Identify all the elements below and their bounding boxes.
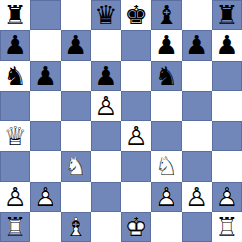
piece-fill-backing: ♟ bbox=[30, 182, 60, 212]
piece-fill-backing: ♞ bbox=[61, 151, 91, 181]
piece-fill-backing: ♜ bbox=[212, 212, 242, 242]
piece-black-pawn: ♟ bbox=[182, 30, 212, 60]
piece-fill-backing: ♞ bbox=[151, 151, 181, 181]
square-f4[interactable] bbox=[151, 121, 181, 151]
piece-white-rook: ♖ bbox=[212, 212, 242, 242]
square-b8[interactable] bbox=[30, 0, 60, 30]
square-c7[interactable]: ♟ bbox=[61, 30, 91, 60]
square-f1[interactable] bbox=[151, 212, 181, 242]
piece-white-knight: ♘ bbox=[61, 151, 91, 181]
square-c1[interactable]: ♝♗ bbox=[61, 212, 91, 242]
square-h7[interactable]: ♟ bbox=[212, 30, 242, 60]
square-f3[interactable]: ♞♘ bbox=[151, 151, 181, 181]
square-c6[interactable] bbox=[61, 61, 91, 91]
square-g1[interactable] bbox=[182, 212, 212, 242]
square-c4[interactable] bbox=[61, 121, 91, 151]
square-f8[interactable]: ♝ bbox=[151, 0, 181, 30]
square-e8[interactable]: ♚ bbox=[121, 0, 151, 30]
square-b1[interactable] bbox=[30, 212, 60, 242]
square-e7[interactable] bbox=[121, 30, 151, 60]
square-a7[interactable]: ♟ bbox=[0, 30, 30, 60]
square-a3[interactable] bbox=[0, 151, 30, 181]
piece-white-knight: ♘ bbox=[151, 151, 181, 181]
piece-black-pawn: ♟ bbox=[30, 61, 60, 91]
square-e5[interactable] bbox=[121, 91, 151, 121]
square-g3[interactable] bbox=[182, 151, 212, 181]
piece-white-rook: ♖ bbox=[0, 212, 30, 242]
square-b3[interactable] bbox=[30, 151, 60, 181]
piece-fill-backing: ♚ bbox=[121, 212, 151, 242]
square-h8[interactable]: ♜ bbox=[212, 0, 242, 30]
square-a1[interactable]: ♜♖ bbox=[0, 212, 30, 242]
square-a8[interactable]: ♜ bbox=[0, 0, 30, 30]
piece-black-king: ♚ bbox=[121, 0, 151, 30]
piece-white-king: ♔ bbox=[121, 212, 151, 242]
piece-black-knight: ♞ bbox=[0, 61, 30, 91]
square-a6[interactable]: ♞ bbox=[0, 61, 30, 91]
square-g6[interactable] bbox=[182, 61, 212, 91]
square-b2[interactable]: ♟♙ bbox=[30, 182, 60, 212]
piece-white-pawn: ♙ bbox=[182, 182, 212, 212]
square-b4[interactable] bbox=[30, 121, 60, 151]
square-h2[interactable]: ♟♙ bbox=[212, 182, 242, 212]
square-e3[interactable] bbox=[121, 151, 151, 181]
square-h5[interactable] bbox=[212, 91, 242, 121]
square-d6[interactable]: ♟ bbox=[91, 61, 121, 91]
piece-black-queen: ♛ bbox=[91, 0, 121, 30]
square-d3[interactable] bbox=[91, 151, 121, 181]
square-e1[interactable]: ♚♔ bbox=[121, 212, 151, 242]
piece-white-pawn: ♙ bbox=[30, 182, 60, 212]
square-d7[interactable] bbox=[91, 30, 121, 60]
square-f2[interactable]: ♟♙ bbox=[151, 182, 181, 212]
square-c2[interactable] bbox=[61, 182, 91, 212]
square-g4[interactable] bbox=[182, 121, 212, 151]
piece-black-bishop: ♝ bbox=[151, 0, 181, 30]
square-d2[interactable] bbox=[91, 182, 121, 212]
square-h4[interactable] bbox=[212, 121, 242, 151]
chess-board: ♜♛♚♝♜♟♟♟♟♟♞♟♟♞♟♙♛♕♟♙♞♘♞♘♟♙♟♙♟♙♟♙♟♙♜♖♝♗♚♔… bbox=[0, 0, 242, 242]
piece-white-pawn: ♙ bbox=[121, 121, 151, 151]
piece-fill-backing: ♟ bbox=[151, 182, 181, 212]
square-a5[interactable] bbox=[0, 91, 30, 121]
square-d1[interactable] bbox=[91, 212, 121, 242]
square-f6[interactable]: ♞ bbox=[151, 61, 181, 91]
piece-black-rook: ♜ bbox=[0, 0, 30, 30]
piece-white-pawn: ♙ bbox=[151, 182, 181, 212]
square-b5[interactable] bbox=[30, 91, 60, 121]
square-d8[interactable]: ♛ bbox=[91, 0, 121, 30]
square-e6[interactable] bbox=[121, 61, 151, 91]
square-d5[interactable]: ♟♙ bbox=[91, 91, 121, 121]
square-h3[interactable] bbox=[212, 151, 242, 181]
piece-black-knight: ♞ bbox=[151, 61, 181, 91]
square-b7[interactable] bbox=[30, 30, 60, 60]
piece-black-rook: ♜ bbox=[212, 0, 242, 30]
square-g5[interactable] bbox=[182, 91, 212, 121]
piece-white-pawn: ♙ bbox=[0, 182, 30, 212]
piece-black-pawn: ♟ bbox=[91, 61, 121, 91]
piece-fill-backing: ♟ bbox=[212, 182, 242, 212]
square-a2[interactable]: ♟♙ bbox=[0, 182, 30, 212]
square-g8[interactable] bbox=[182, 0, 212, 30]
piece-black-pawn: ♟ bbox=[151, 30, 181, 60]
piece-black-pawn: ♟ bbox=[61, 30, 91, 60]
square-g2[interactable]: ♟♙ bbox=[182, 182, 212, 212]
square-h6[interactable] bbox=[212, 61, 242, 91]
piece-black-pawn: ♟ bbox=[0, 30, 30, 60]
piece-black-pawn: ♟ bbox=[212, 30, 242, 60]
piece-fill-backing: ♟ bbox=[0, 182, 30, 212]
square-b6[interactable]: ♟ bbox=[30, 61, 60, 91]
square-c3[interactable]: ♞♘ bbox=[61, 151, 91, 181]
square-g7[interactable]: ♟ bbox=[182, 30, 212, 60]
square-e2[interactable] bbox=[121, 182, 151, 212]
piece-fill-backing: ♜ bbox=[0, 212, 30, 242]
piece-fill-backing: ♟ bbox=[91, 91, 121, 121]
square-f5[interactable] bbox=[151, 91, 181, 121]
piece-white-pawn: ♙ bbox=[91, 91, 121, 121]
piece-white-pawn: ♙ bbox=[212, 182, 242, 212]
square-a4[interactable]: ♛♕ bbox=[0, 121, 30, 151]
piece-white-bishop: ♗ bbox=[61, 212, 91, 242]
piece-fill-backing: ♟ bbox=[182, 182, 212, 212]
square-c8[interactable] bbox=[61, 0, 91, 30]
piece-fill-backing: ♛ bbox=[0, 121, 30, 151]
square-f7[interactable]: ♟ bbox=[151, 30, 181, 60]
square-h1[interactable]: ♜♖ bbox=[212, 212, 242, 242]
piece-white-queen: ♕ bbox=[0, 121, 30, 151]
piece-fill-backing: ♟ bbox=[121, 121, 151, 151]
square-e4[interactable]: ♟♙ bbox=[121, 121, 151, 151]
piece-fill-backing: ♝ bbox=[61, 212, 91, 242]
square-d4[interactable] bbox=[91, 121, 121, 151]
square-c5[interactable] bbox=[61, 91, 91, 121]
